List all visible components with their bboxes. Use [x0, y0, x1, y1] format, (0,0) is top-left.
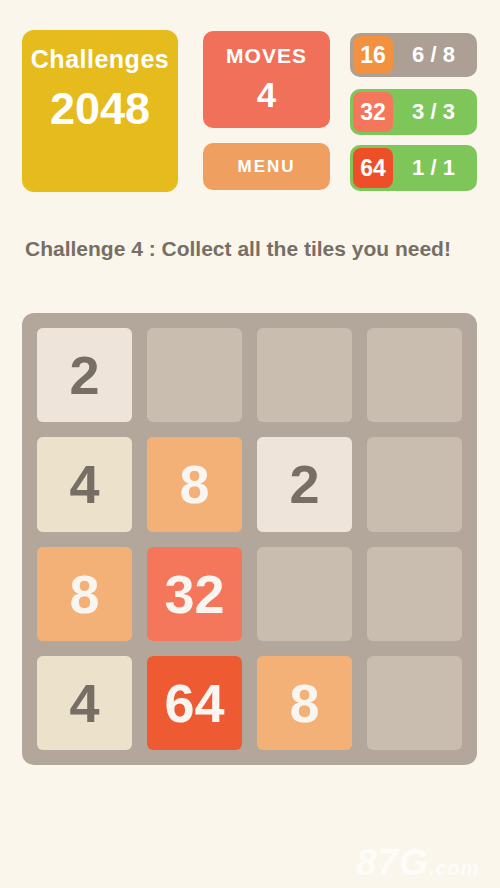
cell-r2c4	[367, 437, 462, 531]
watermark: 87G.com	[356, 842, 480, 884]
goal-progress-64: 1 / 1	[393, 155, 474, 181]
moves-card: MOVES 4	[203, 31, 330, 128]
cell-r2c3: 2	[257, 437, 352, 531]
cell-r3c3	[257, 547, 352, 641]
cell-r3c4	[367, 547, 462, 641]
logo-title-line1: Challenges	[22, 30, 178, 74]
tile-8: 8	[147, 437, 242, 531]
cell-r4c1: 4	[37, 656, 132, 750]
cell-r1c2	[147, 328, 242, 422]
goal-tile-32: 32	[353, 92, 393, 132]
logo-title-line2: 2048	[22, 74, 178, 135]
goal-badge-64: 64 1 / 1	[350, 145, 477, 191]
tile-32: 32	[147, 547, 242, 641]
menu-button[interactable]: MENU	[203, 143, 330, 190]
logo-card: Challenges 2048	[22, 30, 178, 192]
tile-64: 64	[147, 656, 242, 750]
goal-tile-16: 16	[353, 36, 393, 74]
goal-badge-16: 16 6 / 8	[350, 33, 477, 77]
tile-8: 8	[257, 656, 352, 750]
tile-4: 4	[37, 656, 132, 750]
watermark-main: 87G	[356, 842, 429, 883]
cell-r1c1: 2	[37, 328, 132, 422]
cell-r3c1: 8	[37, 547, 132, 641]
cell-r2c1: 4	[37, 437, 132, 531]
tile-2: 2	[257, 437, 352, 531]
cell-r3c2: 32	[147, 547, 242, 641]
tile-8: 8	[37, 547, 132, 641]
watermark-suffix: .com	[429, 857, 480, 879]
tile-4: 4	[37, 437, 132, 531]
cell-r1c4	[367, 328, 462, 422]
goal-badge-32: 32 3 / 3	[350, 89, 477, 135]
goal-progress-32: 3 / 3	[393, 99, 474, 125]
challenge-text: Challenge 4 : Collect all the tiles you …	[25, 237, 485, 261]
cell-r4c4	[367, 656, 462, 750]
app-background: Challenges 2048 MOVES 4 MENU 16 6 / 8 32…	[0, 0, 500, 888]
board[interactable]: 24828324648	[22, 313, 477, 765]
tile-2: 2	[37, 328, 132, 422]
cell-r4c3: 8	[257, 656, 352, 750]
cell-r4c2: 64	[147, 656, 242, 750]
goal-progress-16: 6 / 8	[393, 42, 474, 68]
cell-r2c2: 8	[147, 437, 242, 531]
cell-r1c3	[257, 328, 352, 422]
goal-tile-64: 64	[353, 148, 393, 188]
moves-label: MOVES	[203, 31, 330, 68]
moves-counter: 4	[203, 68, 330, 115]
